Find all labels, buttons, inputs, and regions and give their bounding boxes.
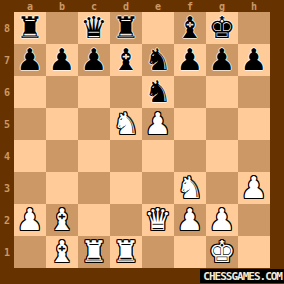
square-b8[interactable] — [46, 12, 78, 44]
white-king-piece: ♚ — [209, 236, 236, 268]
square-a1[interactable] — [14, 236, 46, 268]
square-c4[interactable] — [78, 140, 110, 172]
square-h3[interactable]: ♟ — [238, 172, 270, 204]
square-c5[interactable] — [78, 108, 110, 140]
square-d3[interactable] — [110, 172, 142, 204]
white-bishop-piece: ♝ — [49, 236, 76, 268]
rank-labels: 87654321 — [0, 12, 14, 268]
square-a6[interactable] — [14, 76, 46, 108]
black-knight-piece: ♞ — [145, 76, 172, 108]
square-e5[interactable]: ♟ — [142, 108, 174, 140]
square-b2[interactable]: ♝ — [46, 204, 78, 236]
square-c7[interactable]: ♟ — [78, 44, 110, 76]
white-pawn-piece: ♟ — [17, 204, 44, 236]
square-e2[interactable]: ♛ — [142, 204, 174, 236]
white-queen-piece: ♛ — [145, 204, 172, 236]
black-pawn-piece: ♟ — [17, 44, 44, 76]
black-queen-piece: ♛ — [81, 12, 108, 44]
black-knight-piece: ♞ — [145, 44, 172, 76]
black-pawn-piece: ♟ — [241, 44, 268, 76]
file-labels: abcdefgh — [14, 0, 270, 12]
black-rook-piece: ♜ — [17, 12, 44, 44]
square-a7[interactable]: ♟ — [14, 44, 46, 76]
rank-label-7: 7 — [0, 44, 14, 76]
square-d2[interactable] — [110, 204, 142, 236]
white-bishop-piece: ♝ — [49, 204, 76, 236]
rank-label-5: 5 — [0, 108, 14, 140]
square-g6[interactable] — [206, 76, 238, 108]
file-label-e: e — [142, 0, 174, 12]
black-bishop-piece: ♝ — [177, 12, 204, 44]
square-b5[interactable] — [46, 108, 78, 140]
square-c8[interactable]: ♛ — [78, 12, 110, 44]
square-d8[interactable]: ♜ — [110, 12, 142, 44]
black-pawn-piece: ♟ — [177, 44, 204, 76]
site-watermark: CHESSGAMES.COM — [200, 269, 284, 283]
site-watermark-text: CHESSGAMES.COM — [203, 270, 282, 283]
square-b7[interactable]: ♟ — [46, 44, 78, 76]
rank-label-2: 2 — [0, 204, 14, 236]
square-c3[interactable] — [78, 172, 110, 204]
white-rook-piece: ♜ — [81, 236, 108, 268]
square-c2[interactable] — [78, 204, 110, 236]
file-label-f: f — [174, 0, 206, 12]
black-pawn-piece: ♟ — [49, 44, 76, 76]
square-h4[interactable] — [238, 140, 270, 172]
black-rook-piece: ♜ — [113, 12, 140, 44]
square-g8[interactable]: ♚ — [206, 12, 238, 44]
square-f8[interactable]: ♝ — [174, 12, 206, 44]
white-pawn-piece: ♟ — [177, 204, 204, 236]
chess-board-diagram: abcdefgh 87654321 ♜♛♜♝♚♟♟♟♝♞♟♟♟♞♞♟♞♟♟♝♛♟… — [0, 0, 284, 284]
square-c1[interactable]: ♜ — [78, 236, 110, 268]
white-pawn-piece: ♟ — [209, 204, 236, 236]
rank-label-1: 1 — [0, 236, 14, 268]
square-b4[interactable] — [46, 140, 78, 172]
square-h2[interactable] — [238, 204, 270, 236]
rank-label-3: 3 — [0, 172, 14, 204]
square-d7[interactable]: ♝ — [110, 44, 142, 76]
square-d6[interactable] — [110, 76, 142, 108]
black-pawn-piece: ♟ — [81, 44, 108, 76]
square-h6[interactable] — [238, 76, 270, 108]
white-pawn-piece: ♟ — [241, 172, 268, 204]
black-bishop-piece: ♝ — [113, 44, 140, 76]
board: ♜♛♜♝♚♟♟♟♝♞♟♟♟♞♞♟♞♟♟♝♛♟♟♝♜♜♚ — [14, 12, 270, 268]
rank-label-8: 8 — [0, 12, 14, 44]
white-knight-piece: ♞ — [113, 108, 140, 140]
black-pawn-piece: ♟ — [209, 44, 236, 76]
square-a8[interactable]: ♜ — [14, 12, 46, 44]
file-label-h: h — [238, 0, 270, 12]
square-f4[interactable] — [174, 140, 206, 172]
square-e8[interactable] — [142, 12, 174, 44]
square-f6[interactable] — [174, 76, 206, 108]
square-e3[interactable] — [142, 172, 174, 204]
square-a3[interactable] — [14, 172, 46, 204]
white-knight-piece: ♞ — [177, 172, 204, 204]
square-h7[interactable]: ♟ — [238, 44, 270, 76]
square-h8[interactable] — [238, 12, 270, 44]
square-g1[interactable]: ♚ — [206, 236, 238, 268]
file-label-a: a — [14, 0, 46, 12]
square-a2[interactable]: ♟ — [14, 204, 46, 236]
file-label-g: g — [206, 0, 238, 12]
file-label-b: b — [46, 0, 78, 12]
white-pawn-piece: ♟ — [145, 108, 172, 140]
square-b1[interactable]: ♝ — [46, 236, 78, 268]
square-g7[interactable]: ♟ — [206, 44, 238, 76]
square-g5[interactable] — [206, 108, 238, 140]
file-label-d: d — [110, 0, 142, 12]
square-b3[interactable] — [46, 172, 78, 204]
square-d5[interactable]: ♞ — [110, 108, 142, 140]
square-f1[interactable] — [174, 236, 206, 268]
square-d1[interactable]: ♜ — [110, 236, 142, 268]
square-e7[interactable]: ♞ — [142, 44, 174, 76]
square-f2[interactable]: ♟ — [174, 204, 206, 236]
square-f7[interactable]: ♟ — [174, 44, 206, 76]
square-f5[interactable] — [174, 108, 206, 140]
square-g3[interactable] — [206, 172, 238, 204]
square-g4[interactable] — [206, 140, 238, 172]
file-label-c: c — [78, 0, 110, 12]
black-king-piece: ♚ — [209, 12, 236, 44]
square-c6[interactable] — [78, 76, 110, 108]
square-f3[interactable]: ♞ — [174, 172, 206, 204]
square-e1[interactable] — [142, 236, 174, 268]
rank-label-6: 6 — [0, 76, 14, 108]
square-g2[interactable]: ♟ — [206, 204, 238, 236]
square-e4[interactable] — [142, 140, 174, 172]
square-b6[interactable] — [46, 76, 78, 108]
square-a4[interactable] — [14, 140, 46, 172]
square-e6[interactable]: ♞ — [142, 76, 174, 108]
square-d4[interactable] — [110, 140, 142, 172]
rank-label-4: 4 — [0, 140, 14, 172]
white-rook-piece: ♜ — [113, 236, 140, 268]
square-a5[interactable] — [14, 108, 46, 140]
square-h5[interactable] — [238, 108, 270, 140]
square-h1[interactable] — [238, 236, 270, 268]
